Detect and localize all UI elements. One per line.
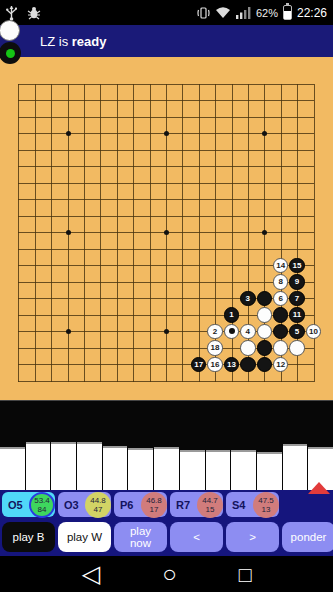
winrate-bar: [0, 447, 25, 490]
star-point: [164, 329, 169, 334]
star-point: [66, 329, 71, 334]
undo-button[interactable]: <: [170, 522, 223, 552]
winrate-bar: [206, 450, 231, 490]
clock: 22:26: [297, 6, 327, 20]
winrate-bar: [77, 442, 102, 490]
winrate-bar: [257, 452, 282, 490]
candidate-winrate: 44.8: [90, 496, 106, 505]
stone-Q3: [257, 340, 273, 356]
candidate-stats-circle: 44.847: [85, 492, 111, 518]
winrate-graph[interactable]: [0, 400, 333, 490]
candidate-chip-R7[interactable]: R744.715: [170, 492, 223, 517]
stone-P2: [240, 357, 256, 373]
stone-R5: [273, 307, 289, 323]
candidate-stats-circle: 46.817: [141, 492, 167, 518]
stone-R4: [273, 324, 289, 340]
battery-percent: 62%: [256, 7, 278, 19]
star-point: [262, 230, 267, 235]
stone-N3: 18: [207, 340, 223, 356]
redo-button[interactable]: >: [226, 522, 279, 552]
usb-icon: [6, 5, 17, 21]
black-player-indicator[interactable]: [0, 42, 21, 64]
star-point: [164, 131, 169, 136]
app-screen: 62% 22:26 LZ is ready 141589367111245101…: [0, 0, 333, 592]
candidate-chip-P6[interactable]: P646.817: [114, 492, 167, 517]
stone-S8: 15: [289, 258, 305, 274]
candidate-visits: 17: [150, 505, 159, 514]
star-point: [66, 131, 71, 136]
grid-line-h: [18, 282, 314, 283]
star-point: [164, 230, 169, 235]
candidate-move-label: S4: [232, 499, 245, 511]
stone-O5: 1: [224, 307, 240, 323]
turn-green-dot: [6, 49, 15, 58]
status-bar: 62% 22:26: [0, 0, 333, 25]
stone-S3: [289, 340, 305, 356]
stone-T4: 10: [306, 324, 322, 340]
candidate-chip-O5[interactable]: O553.484: [2, 492, 55, 517]
candidate-moves-row: O553.484O344.847P646.817R744.715S447.513: [0, 490, 333, 518]
stone-Q5: [257, 307, 273, 323]
back-icon[interactable]: ◁: [82, 562, 100, 586]
winrate-bar: [103, 446, 128, 490]
stone-R7: 8: [273, 274, 289, 290]
debug-bug-icon: [27, 6, 41, 20]
stone-R3: [273, 340, 289, 356]
winrate-bar: [128, 448, 153, 490]
ponder-button[interactable]: ponder: [282, 522, 333, 552]
android-nav-bar: ◁ ○ □: [0, 556, 333, 592]
winrate-bar: [283, 444, 308, 490]
stone-R2: 12: [273, 357, 289, 373]
engine-status-header: LZ is ready: [0, 25, 333, 57]
winrate-bar: [180, 450, 205, 490]
stone-P3: [240, 340, 256, 356]
winrate-bar: [26, 442, 51, 490]
recents-icon[interactable]: □: [239, 564, 252, 585]
star-point: [66, 230, 71, 235]
candidate-stats-circle: 53.484: [29, 492, 55, 518]
candidate-winrate: 44.7: [202, 496, 218, 505]
stone-Q4: [257, 324, 273, 340]
candidate-stats-circle: 47.513: [253, 492, 279, 518]
stone-O2: 13: [224, 357, 240, 373]
grid-line-h: [18, 265, 314, 266]
stone-R6: 6: [273, 291, 289, 307]
wifi-icon: [215, 6, 231, 19]
stone-P6: 3: [240, 291, 256, 307]
signal-icon: [236, 6, 251, 19]
battery-icon: [283, 5, 292, 20]
candidate-move-label: P6: [120, 499, 133, 511]
candidate-stats-circle: 44.715: [197, 492, 223, 518]
candidate-chip-O3[interactable]: O344.847: [58, 492, 111, 517]
grid-line-v: [199, 84, 200, 382]
status-left-icons: [6, 5, 41, 21]
stone-R8: 14: [273, 258, 289, 274]
candidate-move-label: O5: [8, 499, 23, 511]
controls-row: play Bplay Wplay now<>ponder: [0, 518, 333, 556]
play-now-button[interactable]: play now: [114, 522, 167, 552]
stone-S6: 7: [289, 291, 305, 307]
stone-Q2: [257, 357, 273, 373]
grid-line-v: [182, 84, 183, 382]
goban[interactable]: 141589367111245101817161312: [0, 57, 333, 400]
grid-line-h: [18, 249, 314, 250]
stone-S7: 9: [289, 274, 305, 290]
candidate-move-label: O3: [64, 499, 79, 511]
candidate-winrate: 47.5: [258, 496, 274, 505]
winrate-bar: [51, 442, 76, 490]
winrate-bar: [154, 447, 179, 490]
winrate-bar: [231, 450, 256, 490]
candidate-winrate: 46.8: [146, 496, 162, 505]
white-player-indicator[interactable]: [0, 20, 20, 41]
engine-status-text: LZ is ready: [40, 34, 107, 49]
stone-S4: 5: [289, 324, 305, 340]
stone-P4: 4: [240, 324, 256, 340]
current-move-marker-icon: [308, 482, 330, 494]
stone-N4: 2: [207, 324, 223, 340]
home-icon[interactable]: ○: [162, 562, 177, 586]
stone-N2: 16: [207, 357, 223, 373]
star-point: [262, 131, 267, 136]
stone-S5: 11: [289, 307, 305, 323]
stone-M2: 17: [191, 357, 207, 373]
play-black-button[interactable]: play B: [2, 522, 55, 552]
stone-Q6: [257, 291, 273, 307]
stone-O4: [224, 324, 240, 340]
vibrate-icon: [197, 6, 210, 20]
candidate-visits: 15: [206, 505, 215, 514]
status-right-cluster: 62% 22:26: [197, 5, 327, 20]
candidate-winrate: 53.4: [34, 496, 50, 505]
candidate-visits: 13: [262, 505, 271, 514]
last-move-dot-icon: [229, 328, 235, 334]
candidate-move-label: R7: [176, 499, 190, 511]
grid-line-h: [18, 381, 314, 382]
candidate-visits: 84: [38, 505, 47, 514]
candidate-visits: 47: [94, 505, 103, 514]
play-white-button[interactable]: play W: [58, 522, 111, 552]
candidate-chip-S4[interactable]: S447.513: [226, 492, 279, 517]
